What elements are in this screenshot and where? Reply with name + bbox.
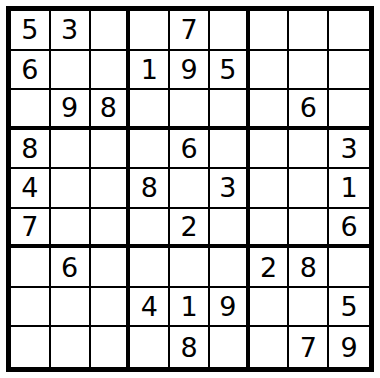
cell-r5c2[interactable] xyxy=(51,169,91,209)
cell-r5c5[interactable] xyxy=(170,169,210,209)
cell-r4c2[interactable] xyxy=(51,130,91,170)
cell-r9c1[interactable] xyxy=(11,327,51,367)
cell-r2c9[interactable] xyxy=(329,51,369,91)
cell-r8c8[interactable] xyxy=(289,288,329,328)
cell-r5c7[interactable] xyxy=(250,169,290,209)
cell-r1c4[interactable] xyxy=(130,11,170,51)
cell-r8c2[interactable] xyxy=(51,288,91,328)
cell-r1c3[interactable] xyxy=(91,11,131,51)
cell-r4c9[interactable]: 3 xyxy=(329,130,369,170)
cell-r1c5[interactable]: 7 xyxy=(170,11,210,51)
cell-r7c2[interactable]: 6 xyxy=(51,248,91,288)
cell-r6c7[interactable] xyxy=(250,209,290,249)
cell-r2c3[interactable] xyxy=(91,51,131,91)
cell-r8c1[interactable] xyxy=(11,288,51,328)
cell-r2c1[interactable]: 6 xyxy=(11,51,51,91)
cell-r8c7[interactable] xyxy=(250,288,290,328)
cell-r3c1[interactable] xyxy=(11,90,51,130)
cell-r7c3[interactable] xyxy=(91,248,131,288)
cell-r6c3[interactable] xyxy=(91,209,131,249)
cell-r5c3[interactable] xyxy=(91,169,131,209)
cell-r1c6[interactable] xyxy=(210,11,250,51)
cell-r7c5[interactable] xyxy=(170,248,210,288)
cell-r9c8[interactable]: 7 xyxy=(289,327,329,367)
cell-r9c3[interactable] xyxy=(91,327,131,367)
cell-r2c6[interactable]: 5 xyxy=(210,51,250,91)
cell-r5c9[interactable]: 1 xyxy=(329,169,369,209)
cell-r8c4[interactable]: 4 xyxy=(130,288,170,328)
cell-r1c1[interactable]: 5 xyxy=(11,11,51,51)
cell-r2c5[interactable]: 9 xyxy=(170,51,210,91)
cell-r5c8[interactable] xyxy=(289,169,329,209)
cell-r1c9[interactable] xyxy=(329,11,369,51)
cell-r9c9[interactable]: 9 xyxy=(329,327,369,367)
cell-r7c4[interactable] xyxy=(130,248,170,288)
cell-r8c6[interactable]: 9 xyxy=(210,288,250,328)
cell-r6c2[interactable] xyxy=(51,209,91,249)
cell-r8c3[interactable] xyxy=(91,288,131,328)
cell-r9c4[interactable] xyxy=(130,327,170,367)
cell-r2c4[interactable]: 1 xyxy=(130,51,170,91)
cell-r4c5[interactable]: 6 xyxy=(170,130,210,170)
cell-r3c8[interactable]: 6 xyxy=(289,90,329,130)
cell-r7c8[interactable]: 8 xyxy=(289,248,329,288)
cell-r6c6[interactable] xyxy=(210,209,250,249)
cell-r9c6[interactable] xyxy=(210,327,250,367)
cell-r4c8[interactable] xyxy=(289,130,329,170)
cell-r4c1[interactable]: 8 xyxy=(11,130,51,170)
cell-r5c1[interactable]: 4 xyxy=(11,169,51,209)
sudoku-page: 537619598686348317266284195879 xyxy=(0,0,380,378)
cell-r4c3[interactable] xyxy=(91,130,131,170)
cell-r9c2[interactable] xyxy=(51,327,91,367)
cell-r3c9[interactable] xyxy=(329,90,369,130)
cell-r4c7[interactable] xyxy=(250,130,290,170)
cell-r2c8[interactable] xyxy=(289,51,329,91)
cell-r7c9[interactable] xyxy=(329,248,369,288)
cell-r9c7[interactable] xyxy=(250,327,290,367)
cell-r6c1[interactable]: 7 xyxy=(11,209,51,249)
sudoku-board: 537619598686348317266284195879 xyxy=(6,6,374,372)
cell-r5c4[interactable]: 8 xyxy=(130,169,170,209)
cell-r3c3[interactable]: 8 xyxy=(91,90,131,130)
cell-r4c4[interactable] xyxy=(130,130,170,170)
cell-r5c6[interactable]: 3 xyxy=(210,169,250,209)
cell-r6c8[interactable] xyxy=(289,209,329,249)
cell-r8c9[interactable]: 5 xyxy=(329,288,369,328)
cell-r1c7[interactable] xyxy=(250,11,290,51)
cell-r6c5[interactable]: 2 xyxy=(170,209,210,249)
cell-r8c5[interactable]: 1 xyxy=(170,288,210,328)
cell-r6c9[interactable]: 6 xyxy=(329,209,369,249)
cell-r9c5[interactable]: 8 xyxy=(170,327,210,367)
cell-r7c1[interactable] xyxy=(11,248,51,288)
cell-r1c2[interactable]: 3 xyxy=(51,11,91,51)
cell-r3c6[interactable] xyxy=(210,90,250,130)
cell-r3c4[interactable] xyxy=(130,90,170,130)
cell-r2c2[interactable] xyxy=(51,51,91,91)
cell-r3c5[interactable] xyxy=(170,90,210,130)
cell-r1c8[interactable] xyxy=(289,11,329,51)
cell-r2c7[interactable] xyxy=(250,51,290,91)
cell-r3c7[interactable] xyxy=(250,90,290,130)
cell-r7c6[interactable] xyxy=(210,248,250,288)
cell-r7c7[interactable]: 2 xyxy=(250,248,290,288)
cell-r4c6[interactable] xyxy=(210,130,250,170)
cell-r6c4[interactable] xyxy=(130,209,170,249)
cell-r3c2[interactable]: 9 xyxy=(51,90,91,130)
